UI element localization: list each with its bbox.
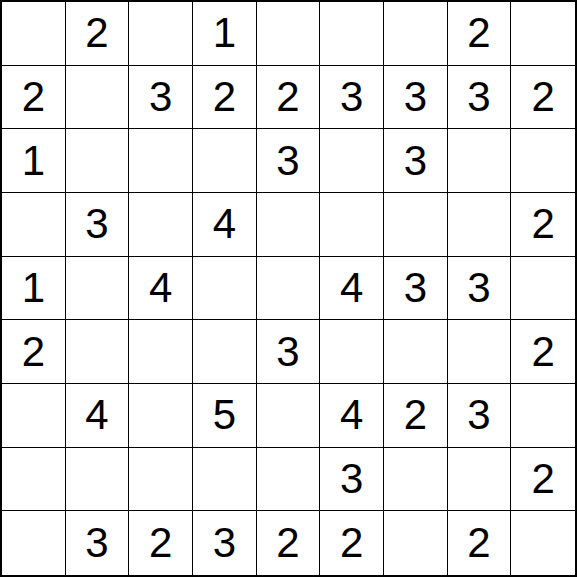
cell-r6c8[interactable]	[448, 320, 512, 384]
cell-r4c7[interactable]	[384, 193, 448, 257]
cell-r5c5[interactable]	[257, 257, 321, 321]
cell-r8c8[interactable]	[448, 448, 512, 512]
cell-r1c9[interactable]	[511, 2, 575, 66]
cell-r3c8[interactable]	[448, 129, 512, 193]
cell-r7c3[interactable]	[129, 384, 193, 448]
cell-r9c5[interactable]: 2	[257, 511, 321, 575]
cell-r2c4[interactable]: 2	[193, 66, 257, 130]
cell-r5c9[interactable]	[511, 257, 575, 321]
cell-r3c5[interactable]: 3	[257, 129, 321, 193]
cell-r4c1[interactable]	[2, 193, 66, 257]
cell-r1c7[interactable]	[384, 2, 448, 66]
cell-r2c1[interactable]: 2	[2, 66, 66, 130]
cell-r2c9[interactable]: 2	[511, 66, 575, 130]
cell-r9c9[interactable]	[511, 511, 575, 575]
cell-r5c7[interactable]: 3	[384, 257, 448, 321]
cell-r3c1[interactable]: 1	[2, 129, 66, 193]
cell-r9c7[interactable]	[384, 511, 448, 575]
cell-r4c9[interactable]: 2	[511, 193, 575, 257]
cell-r7c7[interactable]: 2	[384, 384, 448, 448]
cell-r5c2[interactable]	[66, 257, 130, 321]
cell-r5c3[interactable]: 4	[129, 257, 193, 321]
cell-r8c2[interactable]	[66, 448, 130, 512]
cell-r9c2[interactable]: 3	[66, 511, 130, 575]
cell-r4c2[interactable]: 3	[66, 193, 130, 257]
cell-r8c9[interactable]: 2	[511, 448, 575, 512]
cell-r7c5[interactable]	[257, 384, 321, 448]
cell-r7c6[interactable]: 4	[320, 384, 384, 448]
cell-r9c6[interactable]: 2	[320, 511, 384, 575]
cell-r1c6[interactable]	[320, 2, 384, 66]
cell-r4c3[interactable]	[129, 193, 193, 257]
cell-r7c4[interactable]: 5	[193, 384, 257, 448]
cell-r6c6[interactable]	[320, 320, 384, 384]
cell-r5c4[interactable]	[193, 257, 257, 321]
cell-r8c1[interactable]	[2, 448, 66, 512]
cell-r2c3[interactable]: 3	[129, 66, 193, 130]
cell-r2c8[interactable]: 3	[448, 66, 512, 130]
cell-r7c1[interactable]	[2, 384, 66, 448]
cell-r2c6[interactable]: 3	[320, 66, 384, 130]
cell-r3c9[interactable]	[511, 129, 575, 193]
cell-r7c2[interactable]: 4	[66, 384, 130, 448]
cell-r4c6[interactable]	[320, 193, 384, 257]
cell-r1c5[interactable]	[257, 2, 321, 66]
cell-r8c6[interactable]: 3	[320, 448, 384, 512]
cell-r8c3[interactable]	[129, 448, 193, 512]
cell-r9c8[interactable]: 2	[448, 511, 512, 575]
cell-r1c2[interactable]: 2	[66, 2, 130, 66]
cell-r6c3[interactable]	[129, 320, 193, 384]
cell-r6c4[interactable]	[193, 320, 257, 384]
cell-r8c4[interactable]	[193, 448, 257, 512]
cell-r5c6[interactable]: 4	[320, 257, 384, 321]
cell-r7c8[interactable]: 3	[448, 384, 512, 448]
cell-r1c4[interactable]: 1	[193, 2, 257, 66]
cell-r2c2[interactable]	[66, 66, 130, 130]
cell-r7c9[interactable]	[511, 384, 575, 448]
cell-r8c5[interactable]	[257, 448, 321, 512]
cell-r4c5[interactable]	[257, 193, 321, 257]
cell-r5c8[interactable]: 3	[448, 257, 512, 321]
mosaic-board: 21223223332133342144332324542332323222	[0, 0, 577, 577]
cell-r6c9[interactable]: 2	[511, 320, 575, 384]
cell-r9c4[interactable]: 3	[193, 511, 257, 575]
cell-r9c3[interactable]: 2	[129, 511, 193, 575]
cell-r6c1[interactable]: 2	[2, 320, 66, 384]
cell-r3c6[interactable]	[320, 129, 384, 193]
cell-r1c1[interactable]	[2, 2, 66, 66]
cell-r2c7[interactable]: 3	[384, 66, 448, 130]
cell-r1c8[interactable]: 2	[448, 2, 512, 66]
cell-r4c8[interactable]	[448, 193, 512, 257]
cell-r3c7[interactable]: 3	[384, 129, 448, 193]
cell-r3c4[interactable]	[193, 129, 257, 193]
cell-r6c5[interactable]: 3	[257, 320, 321, 384]
cell-r8c7[interactable]	[384, 448, 448, 512]
cell-r3c2[interactable]	[66, 129, 130, 193]
cell-r9c1[interactable]	[2, 511, 66, 575]
cell-r3c3[interactable]	[129, 129, 193, 193]
cell-r1c3[interactable]	[129, 2, 193, 66]
cell-r6c2[interactable]	[66, 320, 130, 384]
cell-r6c7[interactable]	[384, 320, 448, 384]
cell-r5c1[interactable]: 1	[2, 257, 66, 321]
cell-r4c4[interactable]: 4	[193, 193, 257, 257]
cell-r2c5[interactable]: 2	[257, 66, 321, 130]
